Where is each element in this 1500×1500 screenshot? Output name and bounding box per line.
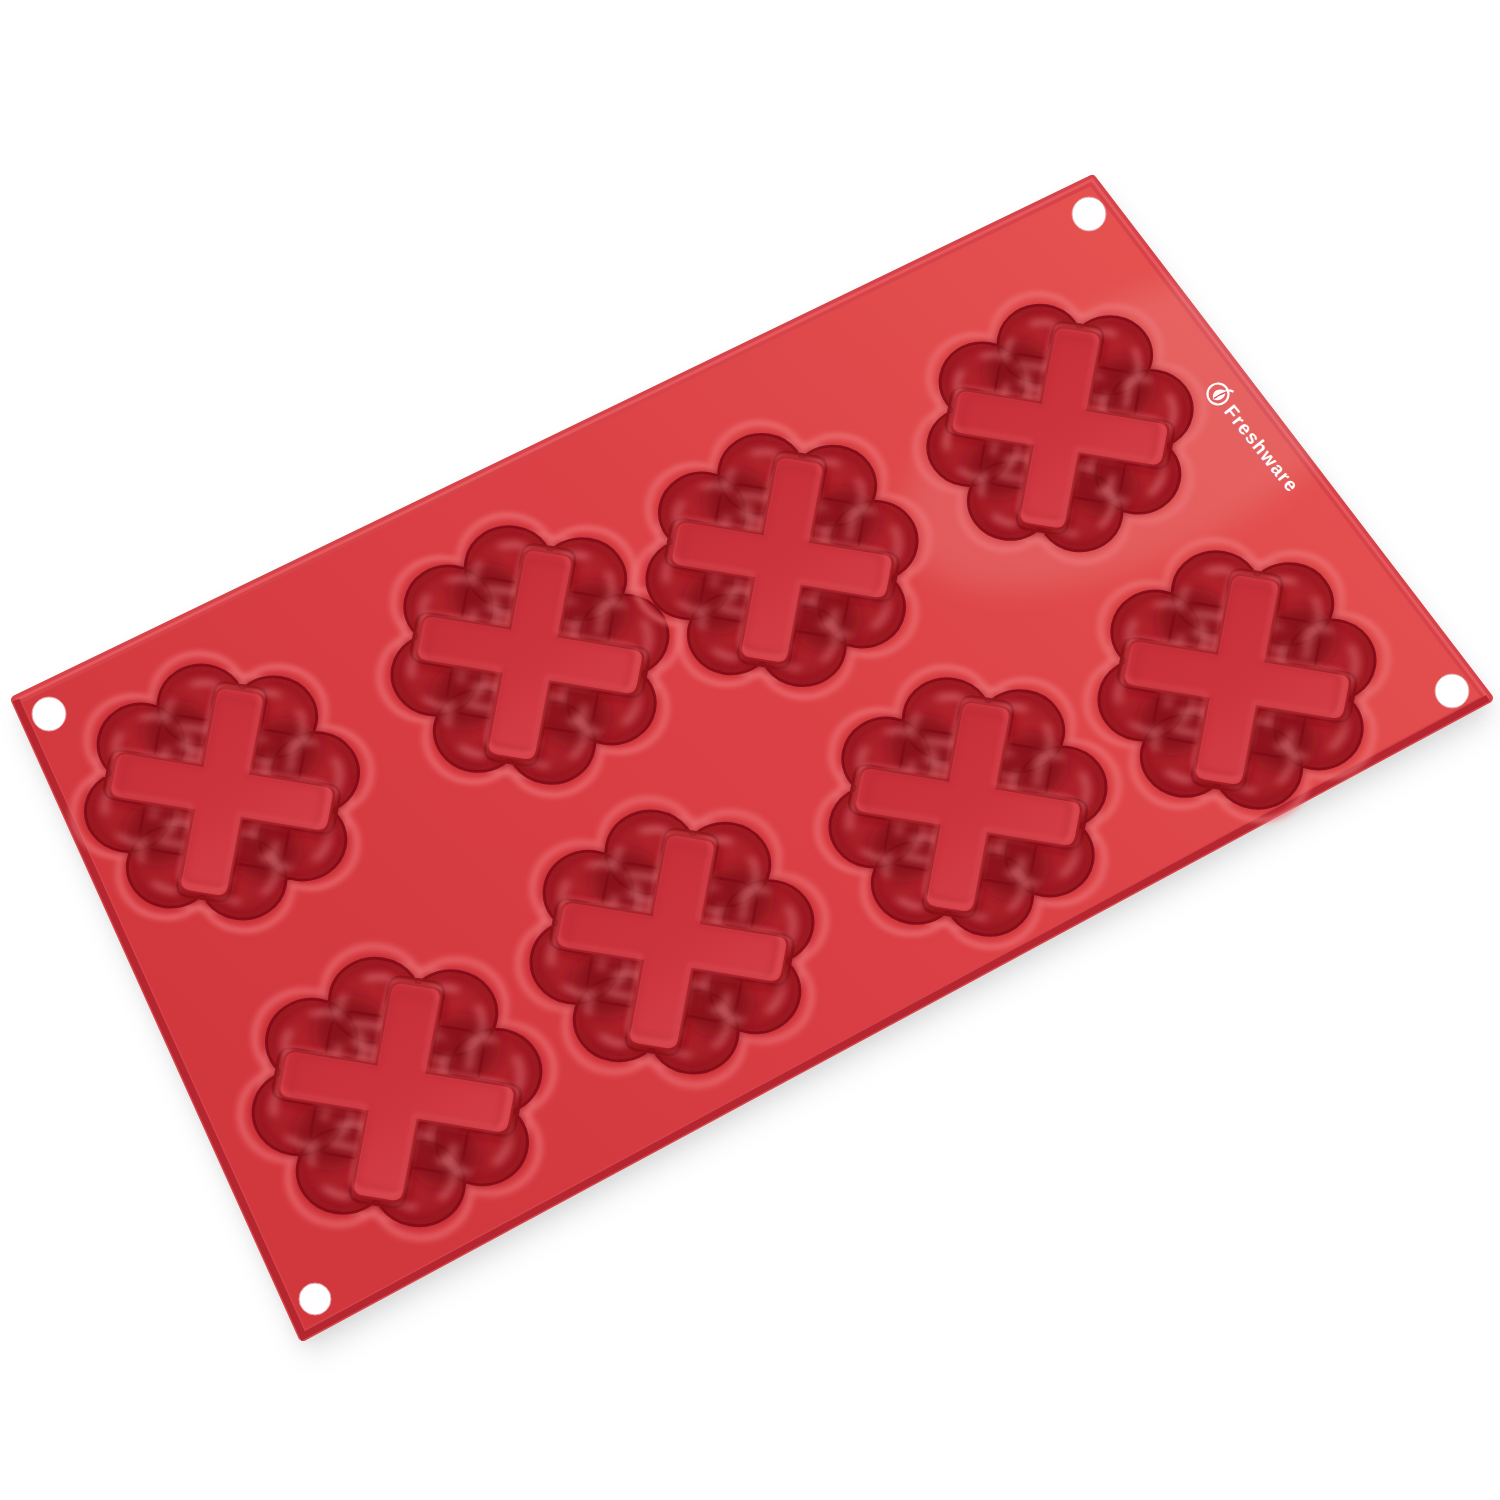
corner-hole-top bbox=[1072, 197, 1106, 231]
corner-hole-right bbox=[1435, 674, 1469, 708]
corner-hole-left bbox=[32, 697, 66, 731]
mold-photo-canvas: Freshware bbox=[0, 0, 1500, 1500]
corner-hole-bottom bbox=[299, 1283, 331, 1315]
product-photo: Freshware bbox=[0, 0, 1500, 1500]
